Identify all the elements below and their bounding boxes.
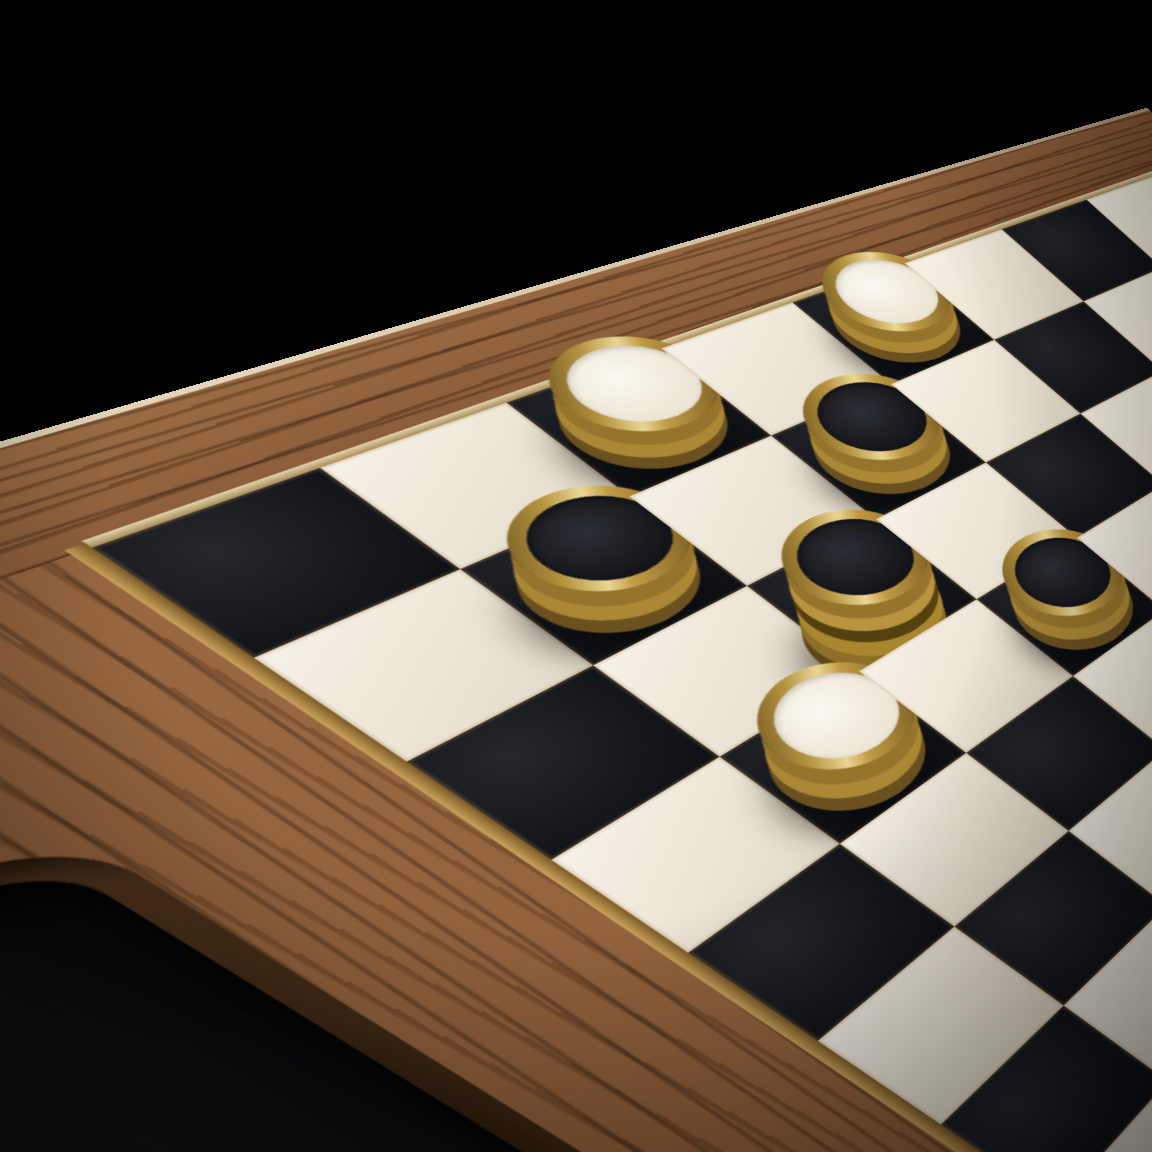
board-assembly — [0, 108, 1152, 1152]
scene: Walnut checkers board with brass draught… — [0, 0, 1152, 1152]
